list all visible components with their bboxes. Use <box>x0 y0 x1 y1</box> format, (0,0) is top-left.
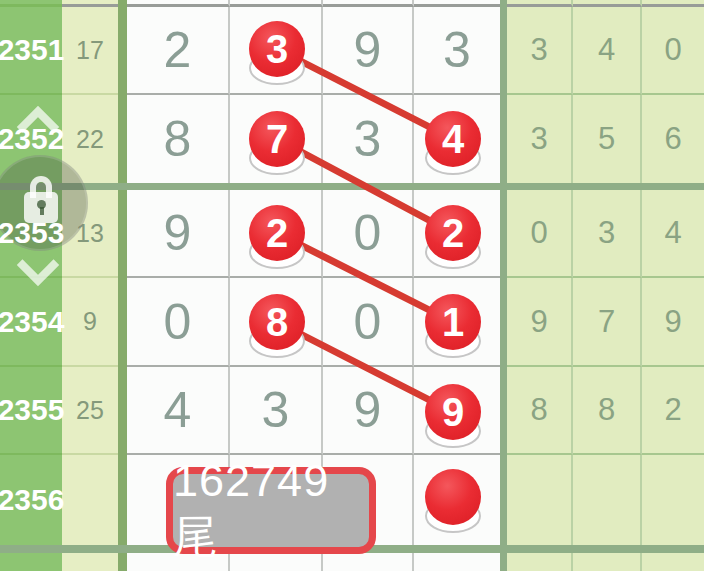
count-cell: 25 <box>62 367 118 455</box>
col-separator <box>118 190 127 278</box>
digit-cell: 2 <box>414 190 500 278</box>
col-separator <box>500 455 507 545</box>
grid-edge-cell <box>642 553 704 571</box>
col-separator <box>118 278 127 367</box>
col-separator <box>500 190 507 278</box>
grid-edge-cell <box>507 0 573 7</box>
col-separator <box>118 7 127 95</box>
digit-cell: 3 <box>323 95 414 183</box>
digit-cell: 9 <box>127 190 230 278</box>
period-cell: 2354 <box>0 278 62 367</box>
grid-edge-cell <box>573 553 642 571</box>
period-cell: 2355 <box>0 367 62 455</box>
col-separator <box>500 7 507 95</box>
digit-cell: 3 <box>414 7 500 95</box>
count-cell: 9 <box>62 278 118 367</box>
digit-cell: 9 <box>414 367 500 455</box>
digit-cell: 8 <box>230 278 323 367</box>
tail-digit-cell: 6 <box>642 95 704 183</box>
col-separator <box>118 455 127 545</box>
col-separator <box>118 553 127 571</box>
tail-numbers-box: 162749尾 <box>166 467 376 554</box>
tail-digit-cell: 4 <box>573 7 642 95</box>
col-separator <box>118 367 127 455</box>
period-cell: 2351 <box>0 7 62 95</box>
trend-chart-board: 2351 17 2 3 9 3 3 4 0 2352 22 8 7 3 4 3 … <box>0 0 704 571</box>
tail-digit-cell <box>507 455 573 545</box>
col-separator <box>500 553 507 571</box>
count-cell <box>62 455 118 545</box>
digit-cell: 0 <box>323 190 414 278</box>
digit-cell: 8 <box>127 95 230 183</box>
digit-cell: 4 <box>414 95 500 183</box>
grid-edge-cell <box>414 0 500 7</box>
grid-edge-cell <box>507 553 573 571</box>
digit-cell <box>414 455 500 545</box>
col-separator <box>500 367 507 455</box>
digit-cell: 2 <box>127 7 230 95</box>
digit-cell: 0 <box>127 278 230 367</box>
digit-cell: 9 <box>323 7 414 95</box>
col-separator <box>118 95 127 183</box>
tail-digit-cell: 9 <box>507 278 573 367</box>
grid-edge-cell <box>573 0 642 7</box>
digit-cell: 1 <box>414 278 500 367</box>
col-separator <box>500 0 507 7</box>
tail-digit-cell: 5 <box>573 95 642 183</box>
grid-edge-cell <box>323 0 414 7</box>
grid-edge-cell <box>62 0 118 7</box>
digit-cell: 3 <box>230 7 323 95</box>
tail-digit-cell: 8 <box>507 367 573 455</box>
tail-digit-cell: 7 <box>573 278 642 367</box>
digit-cell: 3 <box>230 367 323 455</box>
tail-digit-cell: 3 <box>507 95 573 183</box>
tail-numbers-label: 162749尾 <box>173 455 369 567</box>
digit-cell: 7 <box>230 95 323 183</box>
tail-digit-cell: 3 <box>573 190 642 278</box>
count-cell: 17 <box>62 7 118 95</box>
grid-edge-cell <box>62 553 118 571</box>
row-separator <box>0 183 704 190</box>
digit-cell: 9 <box>323 367 414 455</box>
grid-edge-cell <box>0 0 62 7</box>
tail-digit-cell: 0 <box>642 7 704 95</box>
digit-cell: 2 <box>230 190 323 278</box>
grid-edge-cell <box>642 0 704 7</box>
grid-edge-cell <box>127 0 230 7</box>
tail-digit-cell: 9 <box>642 278 704 367</box>
period-cell: 2356 <box>0 455 62 545</box>
grid-edge-cell <box>230 0 323 7</box>
digit-cell: 4 <box>127 367 230 455</box>
digit-cell: 0 <box>323 278 414 367</box>
tail-digit-cell <box>642 455 704 545</box>
tail-digit-cell <box>573 455 642 545</box>
tail-digit-cell: 4 <box>642 190 704 278</box>
tail-digit-cell: 2 <box>642 367 704 455</box>
tail-digit-cell: 8 <box>573 367 642 455</box>
col-separator <box>500 278 507 367</box>
grid-edge-cell <box>0 553 62 571</box>
col-separator <box>500 95 507 183</box>
col-separator <box>118 0 127 7</box>
grid-edge-cell <box>414 553 500 571</box>
tail-digit-cell: 3 <box>507 7 573 95</box>
tail-digit-cell: 0 <box>507 190 573 278</box>
